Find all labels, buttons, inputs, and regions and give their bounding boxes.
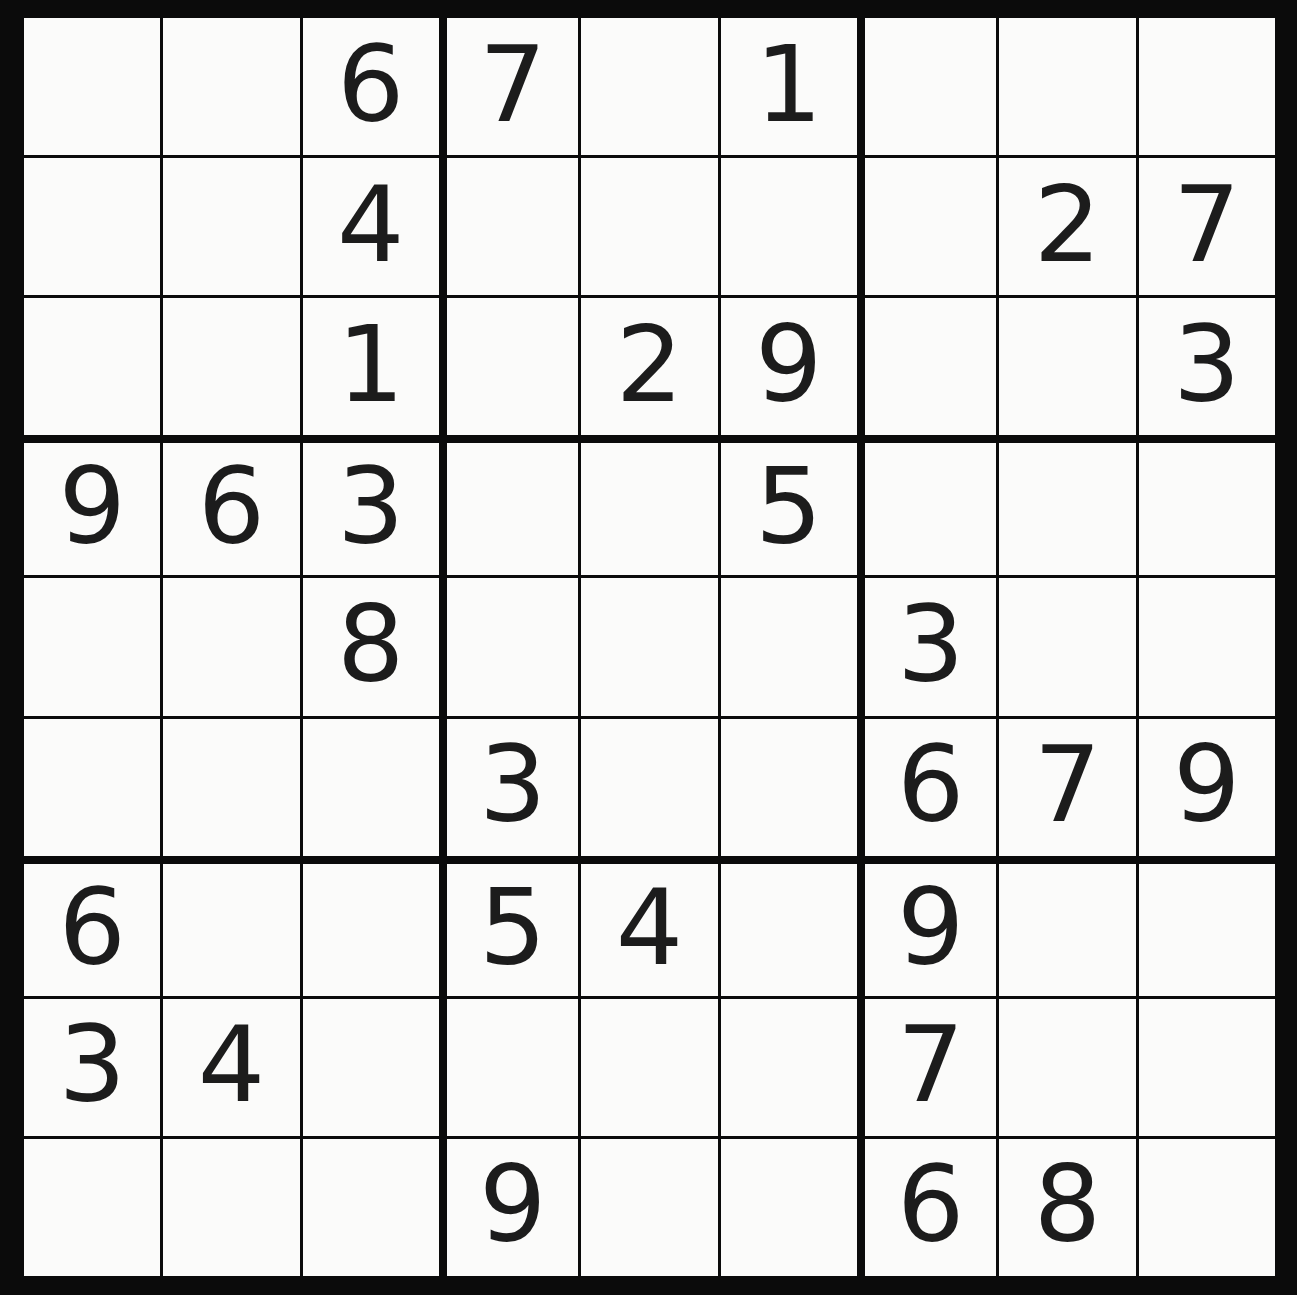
given-digit: 1 xyxy=(755,32,822,138)
sudoku-cell-r9c3[interactable] xyxy=(303,1139,439,1276)
sudoku-cell-r8c2[interactable]: 4 xyxy=(163,999,299,1136)
sudoku-cell-r6c6[interactable] xyxy=(721,719,857,856)
sudoku-cell-r3c8[interactable] xyxy=(999,298,1135,435)
given-digit: 6 xyxy=(897,732,964,838)
sudoku-cell-r2c4[interactable] xyxy=(442,158,578,295)
sudoku-cell-r3c2[interactable] xyxy=(163,298,299,435)
given-digit: 1 xyxy=(337,312,404,418)
sudoku-cell-r7c9[interactable] xyxy=(1139,859,1275,996)
given-digit: 7 xyxy=(479,32,546,138)
sudoku-board-frame: 671427129396358336796549347968 xyxy=(0,0,1297,1295)
sudoku-cell-r9c7[interactable]: 6 xyxy=(860,1139,996,1276)
sudoku-cell-r9c5[interactable] xyxy=(581,1139,717,1276)
sudoku-cell-r7c3[interactable] xyxy=(303,859,439,996)
sudoku-cell-r5c7[interactable]: 3 xyxy=(860,578,996,715)
given-digit: 9 xyxy=(58,454,125,560)
given-digit: 4 xyxy=(337,172,404,278)
sudoku-cell-r1c1[interactable] xyxy=(24,18,160,155)
given-digit: 9 xyxy=(897,875,964,981)
sudoku-cell-r3c7[interactable] xyxy=(860,298,996,435)
given-digit: 6 xyxy=(58,875,125,981)
sudoku-cell-r5c5[interactable] xyxy=(581,578,717,715)
sudoku-cell-r3c5[interactable]: 2 xyxy=(581,298,717,435)
sudoku-cell-r5c3[interactable]: 8 xyxy=(303,578,439,715)
sudoku-cell-r4c4[interactable] xyxy=(442,438,578,575)
given-digit: 5 xyxy=(479,875,546,981)
given-digit: 4 xyxy=(198,1012,265,1118)
sudoku-cell-r4c1[interactable]: 9 xyxy=(24,438,160,575)
sudoku-cell-r9c4[interactable]: 9 xyxy=(442,1139,578,1276)
sudoku-cell-r2c1[interactable] xyxy=(24,158,160,295)
sudoku-cell-r2c6[interactable] xyxy=(721,158,857,295)
given-digit: 7 xyxy=(1034,732,1101,838)
given-digit: 3 xyxy=(897,592,964,698)
sudoku-cell-r7c1[interactable]: 6 xyxy=(24,859,160,996)
sudoku-cell-r5c2[interactable] xyxy=(163,578,299,715)
sudoku-cell-r2c3[interactable]: 4 xyxy=(303,158,439,295)
sudoku-cell-r8c7[interactable]: 7 xyxy=(860,999,996,1136)
sudoku-cell-r2c5[interactable] xyxy=(581,158,717,295)
given-digit: 3 xyxy=(337,454,404,560)
given-digit: 3 xyxy=(58,1012,125,1118)
sudoku-cell-r5c9[interactable] xyxy=(1139,578,1275,715)
given-digit: 9 xyxy=(1173,732,1240,838)
sudoku-cell-r4c5[interactable] xyxy=(581,438,717,575)
sudoku-cell-r9c8[interactable]: 8 xyxy=(999,1139,1135,1276)
sudoku-cell-r2c7[interactable] xyxy=(860,158,996,295)
sudoku-cell-r4c7[interactable] xyxy=(860,438,996,575)
sudoku-cell-r3c6[interactable]: 9 xyxy=(721,298,857,435)
given-digit: 3 xyxy=(479,732,546,838)
sudoku-cell-r7c4[interactable]: 5 xyxy=(442,859,578,996)
sudoku-cell-r6c8[interactable]: 7 xyxy=(999,719,1135,856)
sudoku-cell-r5c8[interactable] xyxy=(999,578,1135,715)
sudoku-cell-r7c6[interactable] xyxy=(721,859,857,996)
sudoku-cell-r3c9[interactable]: 3 xyxy=(1139,298,1275,435)
given-digit: 4 xyxy=(616,875,683,981)
sudoku-grid: 671427129396358336796549347968 xyxy=(24,18,1275,1276)
sudoku-cell-r1c4[interactable]: 7 xyxy=(442,18,578,155)
sudoku-cell-r8c5[interactable] xyxy=(581,999,717,1136)
sudoku-cell-r5c6[interactable] xyxy=(721,578,857,715)
sudoku-cell-r3c3[interactable]: 1 xyxy=(303,298,439,435)
sudoku-cell-r6c5[interactable] xyxy=(581,719,717,856)
sudoku-cell-r8c4[interactable] xyxy=(442,999,578,1136)
sudoku-cell-r4c3[interactable]: 3 xyxy=(303,438,439,575)
sudoku-cell-r6c1[interactable] xyxy=(24,719,160,856)
given-digit: 6 xyxy=(337,32,404,138)
sudoku-cell-r4c9[interactable] xyxy=(1139,438,1275,575)
sudoku-cell-r1c8[interactable] xyxy=(999,18,1135,155)
sudoku-cell-r2c8[interactable]: 2 xyxy=(999,158,1135,295)
sudoku-cell-r8c1[interactable]: 3 xyxy=(24,999,160,1136)
sudoku-cell-r8c6[interactable] xyxy=(721,999,857,1136)
sudoku-cell-r1c6[interactable]: 1 xyxy=(721,18,857,155)
sudoku-cell-r7c5[interactable]: 4 xyxy=(581,859,717,996)
given-digit: 7 xyxy=(1173,172,1240,278)
sudoku-cell-r4c8[interactable] xyxy=(999,438,1135,575)
sudoku-cell-r6c4[interactable]: 3 xyxy=(442,719,578,856)
sudoku-cell-r8c8[interactable] xyxy=(999,999,1135,1136)
given-digit: 8 xyxy=(1034,1152,1101,1258)
sudoku-cell-r6c7[interactable]: 6 xyxy=(860,719,996,856)
sudoku-cell-r8c3[interactable] xyxy=(303,999,439,1136)
sudoku-cell-r1c3[interactable]: 6 xyxy=(303,18,439,155)
sudoku-cell-r6c9[interactable]: 9 xyxy=(1139,719,1275,856)
given-digit: 9 xyxy=(479,1152,546,1258)
given-digit: 8 xyxy=(337,592,404,698)
sudoku-cell-r6c2[interactable] xyxy=(163,719,299,856)
sudoku-cell-r1c7[interactable] xyxy=(860,18,996,155)
sudoku-cell-r6c3[interactable] xyxy=(303,719,439,856)
given-digit: 5 xyxy=(755,454,822,560)
sudoku-cell-r9c1[interactable] xyxy=(24,1139,160,1276)
sudoku-cell-r2c9[interactable]: 7 xyxy=(1139,158,1275,295)
sudoku-cell-r4c2[interactable]: 6 xyxy=(163,438,299,575)
sudoku-cell-r1c2[interactable] xyxy=(163,18,299,155)
sudoku-cell-r8c9[interactable] xyxy=(1139,999,1275,1136)
sudoku-cell-r7c7[interactable]: 9 xyxy=(860,859,996,996)
sudoku-cell-r9c6[interactable] xyxy=(721,1139,857,1276)
sudoku-cell-r3c4[interactable] xyxy=(442,298,578,435)
given-digit: 6 xyxy=(198,454,265,560)
sudoku-cell-r4c6[interactable]: 5 xyxy=(721,438,857,575)
sudoku-cell-r5c1[interactable] xyxy=(24,578,160,715)
given-digit: 7 xyxy=(897,1012,964,1118)
sudoku-cell-r1c5[interactable] xyxy=(581,18,717,155)
given-digit: 9 xyxy=(755,312,822,418)
sudoku-cell-r9c9[interactable] xyxy=(1139,1139,1275,1276)
given-digit: 3 xyxy=(1173,312,1240,418)
sudoku-cell-r9c2[interactable] xyxy=(163,1139,299,1276)
sudoku-cell-r7c2[interactable] xyxy=(163,859,299,996)
sudoku-cell-r7c8[interactable] xyxy=(999,859,1135,996)
sudoku-cell-r5c4[interactable] xyxy=(442,578,578,715)
sudoku-cell-r3c1[interactable] xyxy=(24,298,160,435)
sudoku-cell-r2c2[interactable] xyxy=(163,158,299,295)
given-digit: 2 xyxy=(616,312,683,418)
given-digit: 6 xyxy=(897,1152,964,1258)
sudoku-cell-r1c9[interactable] xyxy=(1139,18,1275,155)
given-digit: 2 xyxy=(1034,172,1101,278)
